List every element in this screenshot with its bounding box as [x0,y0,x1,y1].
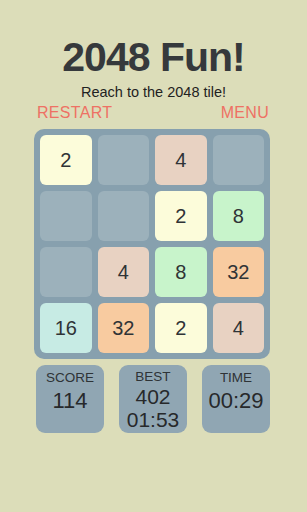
menu-button[interactable]: MENU [221,104,269,122]
tile-32: 32 [213,247,265,297]
score-label: SCORE [46,369,94,387]
tile-4: 4 [98,247,150,297]
nav-bar: RESTART MENU [37,104,269,122]
score-value: 114 [52,389,87,413]
time-panel: TIME 00:29 [202,365,270,433]
empty-cell [98,191,150,241]
best-score-value: 402 [135,385,170,408]
tile-2: 2 [155,303,207,353]
tile-4: 4 [155,135,207,185]
tile-2: 2 [40,135,92,185]
restart-button[interactable]: RESTART [37,104,112,122]
tile-4: 4 [213,303,265,353]
best-panel: BEST 402 01:53 [119,365,187,433]
tile-32: 32 [98,303,150,353]
empty-cell [213,135,265,185]
tile-2: 2 [155,191,207,241]
time-label: TIME [220,369,252,387]
tile-8: 8 [213,191,265,241]
empty-cell [98,135,150,185]
score-panel: SCORE 114 [36,365,104,433]
best-time-value: 01:53 [127,408,180,431]
game-screen: 2048 Fun! Reach to the 2048 tile! RESTAR… [0,0,307,512]
empty-cell [40,247,92,297]
game-board[interactable]: 24284832163224 [34,129,270,359]
time-value: 00:29 [208,389,263,413]
tile-8: 8 [155,247,207,297]
best-label: BEST [135,369,170,385]
app-title: 2048 Fun! [0,34,307,81]
tile-16: 16 [40,303,92,353]
empty-cell [40,191,92,241]
status-panels: SCORE 114 BEST 402 01:53 TIME 00:29 [36,365,270,433]
app-subtitle: Reach to the 2048 tile! [0,84,307,100]
